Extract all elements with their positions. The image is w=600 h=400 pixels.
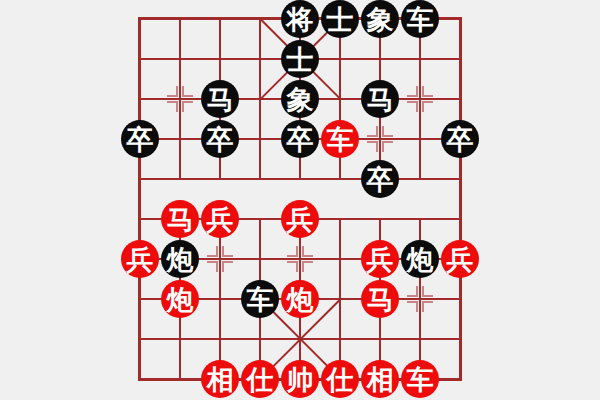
red-horse[interactable]: 马: [161, 200, 199, 238]
red-general[interactable]: 帅: [281, 360, 319, 398]
xiangqi-app-screenshot: 将士象车士马象马卒卒卒车卒卒马兵兵兵炮兵炮兵炮车炮马相仕帅仕相车: [0, 0, 600, 400]
xiangqi-board: 将士象车士马象马卒卒卒车卒卒马兵兵兵炮兵炮兵炮车炮马相仕帅仕相车: [0, 0, 600, 400]
point-marker-bracket: [302, 246, 313, 257]
red-cannon[interactable]: 炮: [281, 280, 319, 318]
black-soldier[interactable]: 卒: [281, 120, 319, 158]
grid-line: [219, 219, 221, 379]
black-chariot[interactable]: 车: [401, 0, 439, 38]
point-marker-bracket: [382, 141, 393, 152]
point-marker-bracket: [207, 261, 218, 272]
black-advisor[interactable]: 士: [321, 0, 359, 38]
point-marker: [367, 126, 393, 152]
red-soldier[interactable]: 兵: [201, 200, 239, 238]
black-soldier[interactable]: 卒: [441, 120, 479, 158]
point-marker-bracket: [422, 286, 433, 297]
red-chariot[interactable]: 车: [321, 120, 359, 158]
black-horse[interactable]: 马: [201, 80, 239, 118]
black-elephant[interactable]: 象: [281, 80, 319, 118]
black-general[interactable]: 将: [281, 0, 319, 38]
point-marker-bracket: [167, 86, 178, 97]
black-horse[interactable]: 马: [361, 80, 399, 118]
black-soldier[interactable]: 卒: [201, 120, 239, 158]
point-marker-bracket: [167, 101, 178, 112]
black-cannon[interactable]: 炮: [161, 240, 199, 278]
point-marker-bracket: [182, 86, 193, 97]
black-elephant[interactable]: 象: [361, 0, 399, 38]
point-marker-bracket: [302, 261, 313, 272]
point-marker-bracket: [422, 101, 433, 112]
point-marker: [287, 246, 313, 272]
red-soldier[interactable]: 兵: [281, 200, 319, 238]
point-marker-bracket: [382, 126, 393, 137]
red-advisor[interactable]: 仕: [241, 360, 279, 398]
black-soldier[interactable]: 卒: [361, 160, 399, 198]
black-cannon[interactable]: 炮: [401, 240, 439, 278]
red-cannon[interactable]: 炮: [161, 280, 199, 318]
point-marker: [167, 86, 193, 112]
point-marker-bracket: [222, 261, 233, 272]
point-marker-bracket: [182, 101, 193, 112]
point-marker-bracket: [207, 246, 218, 257]
point-marker-bracket: [287, 246, 298, 257]
point-marker-bracket: [407, 101, 418, 112]
red-soldier[interactable]: 兵: [361, 240, 399, 278]
point-marker-bracket: [222, 246, 233, 257]
black-advisor[interactable]: 士: [281, 40, 319, 78]
red-soldier[interactable]: 兵: [441, 240, 479, 278]
black-soldier[interactable]: 卒: [121, 120, 159, 158]
red-advisor[interactable]: 仕: [321, 360, 359, 398]
red-elephant[interactable]: 相: [361, 360, 399, 398]
red-chariot[interactable]: 车: [401, 360, 439, 398]
point-marker-bracket: [422, 301, 433, 312]
point-marker-bracket: [287, 261, 298, 272]
point-marker-bracket: [407, 301, 418, 312]
red-elephant[interactable]: 相: [201, 360, 239, 398]
point-marker-bracket: [422, 86, 433, 97]
point-marker: [407, 86, 433, 112]
red-soldier[interactable]: 兵: [121, 240, 159, 278]
point-marker: [407, 286, 433, 312]
point-marker: [207, 246, 233, 272]
point-marker-bracket: [367, 126, 378, 137]
black-chariot[interactable]: 车: [241, 280, 279, 318]
red-horse[interactable]: 马: [361, 280, 399, 318]
point-marker-bracket: [407, 286, 418, 297]
point-marker-bracket: [407, 86, 418, 97]
point-marker-bracket: [367, 141, 378, 152]
